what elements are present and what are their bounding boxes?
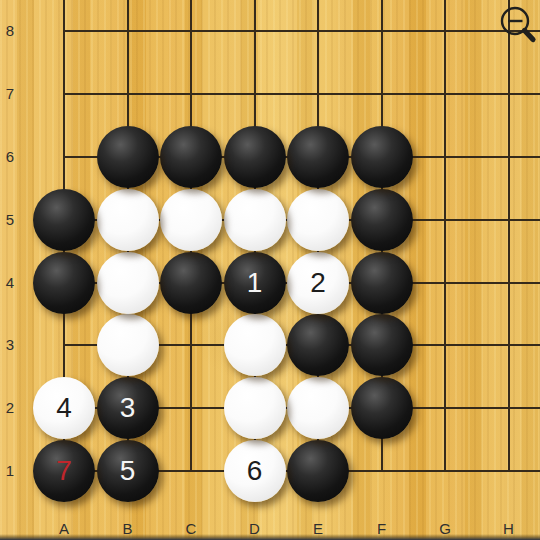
move-number: 6 <box>247 457 263 485</box>
stone-black-D4[interactable]: 1 <box>224 252 286 314</box>
move-number: 1 <box>247 269 263 297</box>
stone-white-E5[interactable] <box>287 189 349 251</box>
grid-line-horizontal <box>63 93 540 95</box>
row-label-8: 8 <box>1 22 19 40</box>
zoom-out-icon[interactable] <box>492 0 538 46</box>
stone-black-E6[interactable] <box>287 126 349 188</box>
stone-black-E3[interactable] <box>287 314 349 376</box>
stone-black-B2[interactable]: 3 <box>97 377 159 439</box>
stone-black-F6[interactable] <box>351 126 413 188</box>
stone-white-A2[interactable]: 4 <box>33 377 95 439</box>
stone-white-E2[interactable] <box>287 377 349 439</box>
stone-black-C4[interactable] <box>160 252 222 314</box>
stone-black-F2[interactable] <box>351 377 413 439</box>
stone-black-F4[interactable] <box>351 252 413 314</box>
stone-black-A4[interactable] <box>33 252 95 314</box>
stone-black-E1[interactable] <box>287 440 349 502</box>
move-number: 3 <box>120 394 136 422</box>
row-label-6: 6 <box>1 148 19 166</box>
stone-white-E4[interactable]: 2 <box>287 252 349 314</box>
row-label-7: 7 <box>1 85 19 103</box>
board-bottom-edge <box>0 534 540 540</box>
stone-black-A1[interactable]: 7 <box>33 440 95 502</box>
grid-line-vertical <box>444 0 446 472</box>
row-label-4: 4 <box>1 274 19 292</box>
stone-black-F5[interactable] <box>351 189 413 251</box>
grid-line-horizontal <box>63 30 540 32</box>
stone-black-C6[interactable] <box>160 126 222 188</box>
move-number: 7 <box>56 457 72 485</box>
row-label-1: 1 <box>1 462 19 480</box>
stone-black-B6[interactable] <box>97 126 159 188</box>
stone-black-D6[interactable] <box>224 126 286 188</box>
stone-white-D2[interactable] <box>224 377 286 439</box>
stone-white-D1[interactable]: 6 <box>224 440 286 502</box>
stone-black-A5[interactable] <box>33 189 95 251</box>
stone-white-B4[interactable] <box>97 252 159 314</box>
stone-white-C5[interactable] <box>160 189 222 251</box>
move-number: 2 <box>310 269 326 297</box>
stone-white-D5[interactable] <box>224 189 286 251</box>
row-label-5: 5 <box>1 211 19 229</box>
move-number: 4 <box>56 394 72 422</box>
stone-white-D3[interactable] <box>224 314 286 376</box>
row-label-3: 3 <box>1 336 19 354</box>
go-board[interactable]: 87654321ABCDEFGH 6573421 <box>0 0 540 540</box>
move-number: 5 <box>120 457 136 485</box>
stone-white-B3[interactable] <box>97 314 159 376</box>
row-label-2: 2 <box>1 399 19 417</box>
stone-white-B5[interactable] <box>97 189 159 251</box>
stone-black-F3[interactable] <box>351 314 413 376</box>
stone-black-B1[interactable]: 5 <box>97 440 159 502</box>
grid-line-vertical <box>508 0 510 472</box>
